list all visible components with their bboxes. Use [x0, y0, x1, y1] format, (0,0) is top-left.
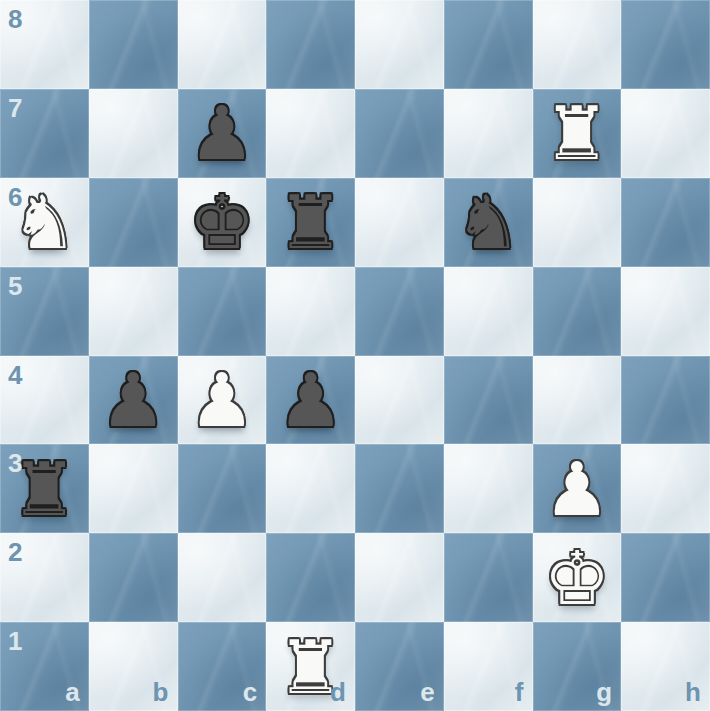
rank-label-1: 1 — [8, 628, 22, 654]
file-label-h: h — [685, 679, 701, 705]
square-b2[interactable] — [89, 533, 178, 622]
square-b1[interactable]: b — [89, 622, 178, 711]
square-b7[interactable] — [89, 89, 178, 178]
square-e3[interactable] — [355, 444, 444, 533]
square-d5[interactable] — [266, 267, 355, 356]
square-h3[interactable] — [621, 444, 710, 533]
square-g8[interactable] — [533, 0, 622, 89]
piece-black-pawn-icon[interactable]: ♟ — [178, 89, 267, 178]
file-label-b: b — [153, 679, 169, 705]
square-h8[interactable] — [621, 0, 710, 89]
square-c6[interactable]: ♚ — [178, 178, 267, 267]
rank-label-6: 6 — [8, 184, 22, 210]
piece-white-pawn-icon[interactable]: ♟ — [533, 444, 622, 533]
square-g1[interactable]: g — [533, 622, 622, 711]
square-a1[interactable]: 1a — [0, 622, 89, 711]
square-h5[interactable] — [621, 267, 710, 356]
square-h6[interactable] — [621, 178, 710, 267]
square-e2[interactable] — [355, 533, 444, 622]
rank-label-7: 7 — [8, 95, 22, 121]
square-f1[interactable]: f — [444, 622, 533, 711]
square-f5[interactable] — [444, 267, 533, 356]
square-g6[interactable] — [533, 178, 622, 267]
square-e5[interactable] — [355, 267, 444, 356]
square-d6[interactable]: ♜ — [266, 178, 355, 267]
file-label-c: c — [243, 679, 257, 705]
square-c5[interactable] — [178, 267, 267, 356]
square-d8[interactable] — [266, 0, 355, 89]
square-h1[interactable]: h — [621, 622, 710, 711]
file-label-a: a — [65, 679, 79, 705]
square-a8[interactable]: 8 — [0, 0, 89, 89]
rank-label-8: 8 — [8, 6, 22, 32]
square-f2[interactable] — [444, 533, 533, 622]
piece-black-pawn-icon[interactable]: ♟ — [266, 356, 355, 445]
file-label-f: f — [515, 679, 524, 705]
square-g4[interactable] — [533, 356, 622, 445]
file-label-d: d — [330, 679, 346, 705]
square-b4[interactable]: ♟ — [89, 356, 178, 445]
square-b5[interactable] — [89, 267, 178, 356]
square-a5[interactable]: 5 — [0, 267, 89, 356]
square-d1[interactable]: d♜ — [266, 622, 355, 711]
piece-white-king-icon[interactable]: ♚ — [533, 533, 622, 622]
square-e1[interactable]: e — [355, 622, 444, 711]
square-f4[interactable] — [444, 356, 533, 445]
square-b8[interactable] — [89, 0, 178, 89]
piece-black-king-icon[interactable]: ♚ — [178, 178, 267, 267]
square-e8[interactable] — [355, 0, 444, 89]
square-c7[interactable]: ♟ — [178, 89, 267, 178]
square-a7[interactable]: 7 — [0, 89, 89, 178]
square-d3[interactable] — [266, 444, 355, 533]
square-b3[interactable] — [89, 444, 178, 533]
piece-black-knight-icon[interactable]: ♞ — [444, 178, 533, 267]
piece-white-pawn-icon[interactable]: ♟ — [178, 356, 267, 445]
square-f6[interactable]: ♞ — [444, 178, 533, 267]
square-d7[interactable] — [266, 89, 355, 178]
square-f8[interactable] — [444, 0, 533, 89]
file-label-g: g — [596, 679, 612, 705]
square-c1[interactable]: c — [178, 622, 267, 711]
square-b6[interactable] — [89, 178, 178, 267]
square-d4[interactable]: ♟ — [266, 356, 355, 445]
square-c2[interactable] — [178, 533, 267, 622]
square-f3[interactable] — [444, 444, 533, 533]
square-d2[interactable] — [266, 533, 355, 622]
rank-label-5: 5 — [8, 273, 22, 299]
square-e7[interactable] — [355, 89, 444, 178]
rank-label-3: 3 — [8, 450, 22, 476]
square-h7[interactable] — [621, 89, 710, 178]
square-g7[interactable]: ♜ — [533, 89, 622, 178]
square-c8[interactable] — [178, 0, 267, 89]
square-a2[interactable]: 2 — [0, 533, 89, 622]
square-c3[interactable] — [178, 444, 267, 533]
chess-board: 87♟♜6♞♚♜♞54♟♟♟3♜♟2♚1abcd♜efgh — [0, 0, 710, 711]
piece-white-rook-icon[interactable]: ♜ — [533, 89, 622, 178]
square-g2[interactable]: ♚ — [533, 533, 622, 622]
square-h4[interactable] — [621, 356, 710, 445]
square-g5[interactable] — [533, 267, 622, 356]
square-g3[interactable]: ♟ — [533, 444, 622, 533]
square-e6[interactable] — [355, 178, 444, 267]
square-a3[interactable]: 3♜ — [0, 444, 89, 533]
rank-label-2: 2 — [8, 539, 22, 565]
square-a4[interactable]: 4 — [0, 356, 89, 445]
square-f7[interactable] — [444, 89, 533, 178]
rank-label-4: 4 — [8, 362, 22, 388]
file-label-e: e — [420, 679, 434, 705]
square-e4[interactable] — [355, 356, 444, 445]
square-a6[interactable]: 6♞ — [0, 178, 89, 267]
square-h2[interactable] — [621, 533, 710, 622]
square-c4[interactable]: ♟ — [178, 356, 267, 445]
piece-black-rook-icon[interactable]: ♜ — [266, 178, 355, 267]
piece-black-pawn-icon[interactable]: ♟ — [89, 356, 178, 445]
